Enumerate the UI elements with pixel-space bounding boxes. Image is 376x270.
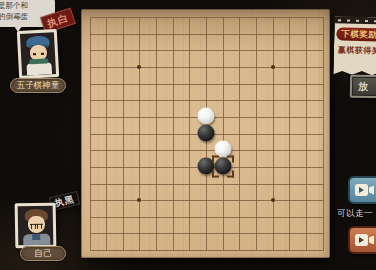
forfeit-button[interactable]: 放 [350,75,376,99]
reward-ribbon: 下棋奖励 [336,27,376,41]
video-reward-button-bottom[interactable] [348,226,376,254]
reward-text: 赢棋获得奖 [338,44,376,56]
hint-text: 可以走一 [337,208,376,220]
self-portrait [18,206,54,246]
grid-line [90,233,324,234]
opponent-portrait [20,32,56,76]
opponent-scarf [29,58,48,64]
play-icon [359,237,364,243]
self-collar [32,234,40,240]
video-camera-icon [355,184,375,197]
speech-line-1: 是那个和 [0,1,51,12]
grid-line [223,17,224,250]
video-reward-button-top[interactable] [348,176,376,204]
self-face [28,216,45,233]
grid-line [273,17,274,250]
grid-line [239,17,240,250]
opponent-eyes [33,53,44,56]
game-screen: 是那个和 的倒霉蛋 执白 五子棋神童 执黑 自己 下 [0,0,376,270]
self-glasses [30,224,43,229]
black-stone [198,124,215,141]
grid-line [90,250,324,251]
grid-line [289,17,290,250]
self-avatar [15,203,57,249]
self-name-plate: 自己 [20,246,66,261]
star-point [271,65,275,69]
grid-line [306,17,307,250]
reward-panel: 下棋奖励 赢棋获得奖 [333,16,376,75]
video-camera-icon [355,234,375,247]
play-icon [359,187,364,193]
opponent-avatar [17,29,59,79]
black-stone [214,157,231,174]
grid-line [90,217,324,218]
opponent-name-plate: 五子棋神童 [10,78,66,93]
star-point [271,198,275,202]
stitch-decoration [335,16,376,24]
star-point [137,198,141,202]
white-stone [198,107,215,124]
grid-line [256,17,257,250]
star-point [137,65,141,69]
grid-line [323,17,324,250]
gomoku-board[interactable] [81,9,330,258]
